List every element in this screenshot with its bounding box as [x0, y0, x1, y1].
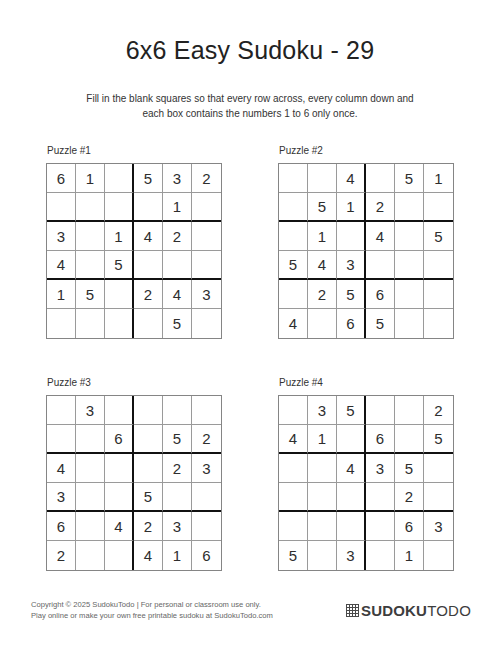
footer-copyright: Copyright © 2025 SudokuTodo | For person… [31, 599, 273, 622]
cell-r6c1: 2 [47, 541, 76, 570]
cell-r1c2: 1 [76, 164, 105, 193]
cell-r6c4: 5 [366, 309, 395, 338]
cell-r3c5: 2 [163, 454, 192, 483]
cell-r3c2 [76, 454, 105, 483]
logo-text: SUDOKUTODO [361, 602, 471, 619]
cell-r5c5: 3 [163, 512, 192, 541]
cell-r6c2 [308, 541, 337, 570]
puzzle-2: Puzzle #2 451512145543256465 [278, 145, 454, 339]
cell-r4c6 [192, 483, 221, 512]
cell-r1c4 [366, 164, 395, 193]
cell-r3c5 [395, 222, 424, 251]
cell-r5c4: 2 [134, 280, 163, 309]
cell-r4c4 [134, 251, 163, 280]
puzzle-3: Puzzle #3 36524233564232416 [46, 377, 222, 571]
cell-r1c5: 3 [163, 164, 192, 193]
cell-r4c3 [337, 483, 366, 512]
cell-r4c3: 3 [337, 251, 366, 280]
cell-r5c1: 6 [47, 512, 76, 541]
cell-r3c5: 5 [395, 454, 424, 483]
cell-r6c3 [105, 309, 134, 338]
cell-r3c2 [308, 454, 337, 483]
puzzle-3-board: 36524233564232416 [46, 395, 222, 571]
cell-r6c4 [366, 541, 395, 570]
cell-r3c5: 2 [163, 222, 192, 251]
cell-r2c3: 6 [105, 425, 134, 454]
cell-r6c2 [308, 309, 337, 338]
cell-r1c6: 2 [424, 396, 453, 425]
cell-r6c4: 4 [134, 541, 163, 570]
cell-r4c5: 2 [395, 483, 424, 512]
cell-r4c3: 5 [105, 251, 134, 280]
cell-r5c4: 6 [366, 280, 395, 309]
cell-r4c2 [308, 483, 337, 512]
cell-r3c3 [337, 222, 366, 251]
cell-r6c1: 5 [279, 541, 308, 570]
cell-r6c3 [105, 541, 134, 570]
cell-r5c2 [308, 512, 337, 541]
cell-r6c1 [47, 309, 76, 338]
cell-r2c5 [395, 425, 424, 454]
cell-r6c5: 1 [163, 541, 192, 570]
cell-r2c4: 2 [366, 193, 395, 222]
cell-r6c6 [192, 309, 221, 338]
puzzle-sheet: Puzzle #1 615321314245152435 Puzzle #2 4… [46, 145, 454, 571]
cell-r5c5: 4 [163, 280, 192, 309]
cell-r2c6 [424, 193, 453, 222]
cell-r5c1 [279, 280, 308, 309]
cell-r5c3: 5 [337, 280, 366, 309]
cell-r3c3 [105, 454, 134, 483]
page-title: 6x6 Easy Sudoku - 29 [0, 36, 500, 65]
cell-r1c1: 6 [47, 164, 76, 193]
cell-r1c2: 3 [308, 396, 337, 425]
puzzle-4-board: 3524165435263531 [278, 395, 454, 571]
cell-r3c6: 5 [424, 222, 453, 251]
logo-text-todo: TODO [427, 602, 471, 619]
cell-r3c3: 1 [105, 222, 134, 251]
cell-r1c6 [192, 396, 221, 425]
cell-r3c1 [279, 454, 308, 483]
cell-r4c1: 5 [279, 251, 308, 280]
cell-r2c1: 4 [279, 425, 308, 454]
cell-r6c5: 1 [395, 541, 424, 570]
cell-r1c3: 4 [337, 164, 366, 193]
cell-r5c4: 2 [134, 512, 163, 541]
cell-r5c5: 6 [395, 512, 424, 541]
cell-r1c6: 1 [424, 164, 453, 193]
cell-r1c6: 2 [192, 164, 221, 193]
cell-r4c4 [366, 251, 395, 280]
cell-r4c6 [424, 251, 453, 280]
cell-r1c3 [105, 164, 134, 193]
cell-r3c6 [192, 222, 221, 251]
cell-r1c3 [105, 396, 134, 425]
cell-r6c3: 6 [337, 309, 366, 338]
cell-r2c2 [76, 193, 105, 222]
cell-r5c6 [424, 280, 453, 309]
cell-r3c1: 4 [47, 454, 76, 483]
cell-r2c6 [192, 193, 221, 222]
cell-r2c4 [134, 193, 163, 222]
cell-r5c2: 5 [76, 280, 105, 309]
cell-r3c4: 4 [366, 222, 395, 251]
cell-r3c4: 3 [366, 454, 395, 483]
cell-r1c4: 5 [134, 164, 163, 193]
cell-r1c5 [163, 396, 192, 425]
instructions: Fill in the blank squares so that every … [0, 92, 500, 121]
cell-r6c1: 4 [279, 309, 308, 338]
cell-r4c3 [105, 483, 134, 512]
cell-r4c4: 5 [134, 483, 163, 512]
cell-r4c6 [192, 251, 221, 280]
cell-r5c6 [192, 512, 221, 541]
cell-r6c2 [76, 541, 105, 570]
sudokutodo-logo: SUDOKUTODO [346, 602, 471, 619]
instructions-line-2: each box contains the numbers 1 to 6 onl… [0, 107, 500, 122]
cell-r6c6 [424, 309, 453, 338]
cell-r4c2 [76, 483, 105, 512]
cell-r1c5 [395, 396, 424, 425]
cell-r5c3 [105, 280, 134, 309]
cell-r4c1: 4 [47, 251, 76, 280]
cell-r4c2 [76, 251, 105, 280]
cell-r1c2: 3 [76, 396, 105, 425]
cell-r1c5: 5 [395, 164, 424, 193]
cell-r2c2 [76, 425, 105, 454]
cell-r5c1: 1 [47, 280, 76, 309]
copyright-line-2: Play online or make your own free printa… [31, 610, 273, 621]
puzzle-2-label: Puzzle #2 [279, 145, 454, 156]
cell-r3c2 [76, 222, 105, 251]
cell-r4c5 [163, 483, 192, 512]
cell-r2c3 [105, 193, 134, 222]
cell-r4c2: 4 [308, 251, 337, 280]
cell-r6c5: 5 [163, 309, 192, 338]
cell-r5c2 [76, 512, 105, 541]
puzzle-4: Puzzle #4 3524165435263531 [278, 377, 454, 571]
instructions-line-1: Fill in the blank squares so that every … [0, 92, 500, 107]
cell-r1c4 [366, 396, 395, 425]
cell-r5c4 [366, 512, 395, 541]
cell-r6c6 [424, 541, 453, 570]
cell-r5c6: 3 [192, 280, 221, 309]
cell-r3c4 [134, 454, 163, 483]
cell-r5c2: 2 [308, 280, 337, 309]
puzzle-3-label: Puzzle #3 [47, 377, 222, 388]
cell-r4c1: 3 [47, 483, 76, 512]
cell-r2c4 [134, 425, 163, 454]
cell-r5c5 [395, 280, 424, 309]
cell-r2c6: 2 [192, 425, 221, 454]
cell-r2c5: 5 [163, 425, 192, 454]
logo-text-sudoku: SUDOKU [361, 602, 427, 619]
cell-r6c3: 3 [337, 541, 366, 570]
cell-r4c1 [279, 483, 308, 512]
cell-r2c3 [337, 425, 366, 454]
cell-r4c4 [366, 483, 395, 512]
cell-r2c6: 5 [424, 425, 453, 454]
puzzle-1-board: 615321314245152435 [46, 163, 222, 339]
cell-r2c5: 1 [163, 193, 192, 222]
cell-r6c6: 6 [192, 541, 221, 570]
cell-r3c1 [279, 222, 308, 251]
puzzle-1-label: Puzzle #1 [47, 145, 222, 156]
cell-r4c5 [395, 251, 424, 280]
cell-r2c1 [279, 193, 308, 222]
cell-r2c1 [47, 193, 76, 222]
cell-r3c2: 1 [308, 222, 337, 251]
puzzle-2-board: 451512145543256465 [278, 163, 454, 339]
cell-r2c3: 1 [337, 193, 366, 222]
cell-r2c2: 5 [308, 193, 337, 222]
cell-r2c5 [395, 193, 424, 222]
cell-r3c4: 4 [134, 222, 163, 251]
cell-r1c1 [279, 396, 308, 425]
cell-r6c2 [76, 309, 105, 338]
cell-r3c6: 3 [192, 454, 221, 483]
cell-r1c2 [308, 164, 337, 193]
sudoku-grid-icon [346, 604, 359, 617]
cell-r5c1 [279, 512, 308, 541]
cell-r1c1 [47, 396, 76, 425]
cell-r1c4 [134, 396, 163, 425]
cell-r1c1 [279, 164, 308, 193]
cell-r2c1 [47, 425, 76, 454]
cell-r4c6 [424, 483, 453, 512]
puzzle-4-label: Puzzle #4 [279, 377, 454, 388]
copyright-line-1: Copyright © 2025 SudokuTodo | For person… [31, 599, 273, 610]
cell-r2c4: 6 [366, 425, 395, 454]
cell-r2c2: 1 [308, 425, 337, 454]
cell-r5c3 [337, 512, 366, 541]
cell-r3c1: 3 [47, 222, 76, 251]
cell-r6c5 [395, 309, 424, 338]
cell-r3c3: 4 [337, 454, 366, 483]
cell-r1c3: 5 [337, 396, 366, 425]
cell-r4c5 [163, 251, 192, 280]
cell-r6c4 [134, 309, 163, 338]
cell-r5c6: 3 [424, 512, 453, 541]
puzzle-1: Puzzle #1 615321314245152435 [46, 145, 222, 339]
cell-r3c6 [424, 454, 453, 483]
footer: Copyright © 2025 SudokuTodo | For person… [31, 599, 471, 622]
cell-r5c3: 4 [105, 512, 134, 541]
